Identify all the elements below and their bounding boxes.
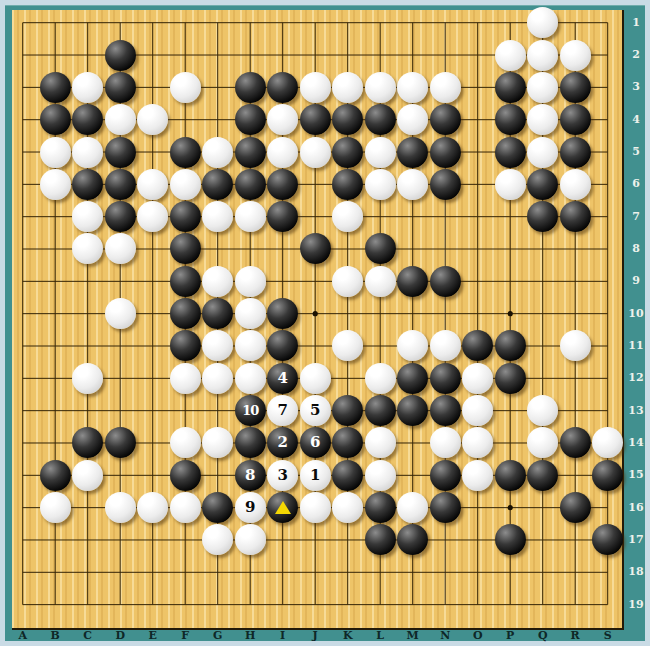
- intersection[interactable]: [396, 330, 429, 362]
- intersection[interactable]: [591, 265, 624, 297]
- intersection[interactable]: [331, 201, 364, 233]
- intersection[interactable]: [429, 588, 462, 620]
- intersection[interactable]: [266, 524, 299, 556]
- stone-black[interactable]: [365, 395, 396, 426]
- intersection[interactable]: [526, 588, 559, 620]
- stone-black[interactable]: [40, 72, 71, 103]
- stone-white[interactable]: [592, 427, 623, 458]
- intersection[interactable]: [559, 427, 592, 459]
- intersection[interactable]: 8: [234, 459, 267, 491]
- intersection[interactable]: [266, 39, 299, 71]
- stone-black[interactable]: [495, 137, 526, 168]
- intersection[interactable]: [39, 297, 72, 329]
- intersection[interactable]: [461, 233, 494, 265]
- intersection[interactable]: [559, 265, 592, 297]
- intersection[interactable]: [559, 168, 592, 200]
- stone-black[interactable]: [332, 137, 363, 168]
- intersection[interactable]: [201, 7, 234, 39]
- intersection[interactable]: [299, 265, 332, 297]
- intersection[interactable]: [71, 491, 104, 523]
- stone-black[interactable]: [430, 104, 461, 135]
- intersection[interactable]: [461, 588, 494, 620]
- intersection[interactable]: [234, 7, 267, 39]
- intersection[interactable]: [429, 233, 462, 265]
- stone-black[interactable]: [202, 169, 233, 200]
- intersection[interactable]: [494, 556, 527, 588]
- intersection[interactable]: [39, 362, 72, 394]
- intersection[interactable]: [364, 39, 397, 71]
- intersection[interactable]: [591, 201, 624, 233]
- intersection[interactable]: [526, 233, 559, 265]
- stone-white[interactable]: 7: [267, 395, 298, 426]
- intersection[interactable]: [169, 201, 202, 233]
- intersection[interactable]: [104, 265, 137, 297]
- intersection[interactable]: [104, 556, 137, 588]
- stone-white[interactable]: [170, 72, 201, 103]
- stone-black[interactable]: [170, 137, 201, 168]
- intersection[interactable]: [136, 524, 169, 556]
- stone-white[interactable]: [527, 395, 558, 426]
- intersection[interactable]: [71, 297, 104, 329]
- intersection[interactable]: [266, 556, 299, 588]
- intersection[interactable]: [461, 459, 494, 491]
- intersection[interactable]: [559, 39, 592, 71]
- intersection[interactable]: [591, 588, 624, 620]
- stone-white[interactable]: [40, 137, 71, 168]
- intersection[interactable]: [136, 136, 169, 168]
- stone-white[interactable]: [365, 460, 396, 491]
- intersection[interactable]: [71, 39, 104, 71]
- stone-white[interactable]: [300, 492, 331, 523]
- intersection[interactable]: [331, 524, 364, 556]
- stone-black[interactable]: [105, 169, 136, 200]
- stone-white[interactable]: [397, 169, 428, 200]
- stone-white[interactable]: [202, 363, 233, 394]
- intersection[interactable]: [396, 71, 429, 103]
- intersection[interactable]: [559, 233, 592, 265]
- intersection[interactable]: [169, 39, 202, 71]
- intersection[interactable]: [136, 71, 169, 103]
- stone-white[interactable]: 9: [235, 492, 266, 523]
- intersection[interactable]: [331, 491, 364, 523]
- intersection[interactable]: [429, 427, 462, 459]
- intersection[interactable]: [494, 265, 527, 297]
- intersection[interactable]: [559, 362, 592, 394]
- intersection[interactable]: [364, 104, 397, 136]
- intersection[interactable]: [526, 556, 559, 588]
- intersection[interactable]: [299, 491, 332, 523]
- intersection[interactable]: [39, 7, 72, 39]
- intersection[interactable]: [526, 201, 559, 233]
- intersection[interactable]: [299, 588, 332, 620]
- intersection[interactable]: [266, 7, 299, 39]
- stone-black[interactable]: 8: [235, 460, 266, 491]
- stone-white[interactable]: [527, 427, 558, 458]
- intersection[interactable]: [71, 524, 104, 556]
- intersection[interactable]: [461, 556, 494, 588]
- stone-black[interactable]: [495, 72, 526, 103]
- intersection[interactable]: [591, 427, 624, 459]
- intersection[interactable]: [364, 71, 397, 103]
- stone-white[interactable]: [332, 330, 363, 361]
- intersection[interactable]: [526, 491, 559, 523]
- intersection[interactable]: [494, 394, 527, 426]
- stone-white[interactable]: [72, 72, 103, 103]
- stone-black[interactable]: [235, 137, 266, 168]
- intersection[interactable]: [169, 71, 202, 103]
- intersection[interactable]: [201, 362, 234, 394]
- intersection[interactable]: [559, 136, 592, 168]
- intersection[interactable]: [494, 297, 527, 329]
- intersection[interactable]: [559, 297, 592, 329]
- intersection[interactable]: [71, 330, 104, 362]
- stone-black[interactable]: [560, 72, 591, 103]
- intersection[interactable]: [396, 297, 429, 329]
- intersection[interactable]: [494, 104, 527, 136]
- intersection[interactable]: [136, 297, 169, 329]
- intersection[interactable]: [526, 394, 559, 426]
- stone-black[interactable]: [397, 266, 428, 297]
- stone-black[interactable]: [267, 492, 298, 523]
- intersection[interactable]: [559, 71, 592, 103]
- intersection[interactable]: [201, 201, 234, 233]
- stone-black[interactable]: [300, 104, 331, 135]
- stone-white[interactable]: [365, 169, 396, 200]
- intersection[interactable]: [526, 168, 559, 200]
- stone-white[interactable]: [527, 137, 558, 168]
- intersection[interactable]: [6, 556, 39, 588]
- intersection[interactable]: [266, 265, 299, 297]
- stone-black[interactable]: [72, 427, 103, 458]
- intersection[interactable]: [364, 201, 397, 233]
- stone-black[interactable]: [592, 524, 623, 555]
- intersection[interactable]: [234, 168, 267, 200]
- stone-black[interactable]: [495, 104, 526, 135]
- stone-white[interactable]: [397, 330, 428, 361]
- intersection[interactable]: [429, 201, 462, 233]
- stone-black[interactable]: [560, 137, 591, 168]
- intersection[interactable]: [591, 136, 624, 168]
- intersection[interactable]: [396, 427, 429, 459]
- intersection[interactable]: [136, 201, 169, 233]
- stone-white[interactable]: [332, 266, 363, 297]
- intersection[interactable]: [6, 427, 39, 459]
- stone-white[interactable]: [235, 363, 266, 394]
- stone-white[interactable]: [300, 137, 331, 168]
- intersection[interactable]: [104, 491, 137, 523]
- stone-white[interactable]: [430, 330, 461, 361]
- stone-black[interactable]: [105, 201, 136, 232]
- intersection[interactable]: [169, 7, 202, 39]
- intersection[interactable]: [559, 104, 592, 136]
- stone-black[interactable]: [40, 460, 71, 491]
- stone-black[interactable]: [527, 201, 558, 232]
- intersection[interactable]: [104, 136, 137, 168]
- stone-white[interactable]: [137, 201, 168, 232]
- stone-black[interactable]: [105, 72, 136, 103]
- intersection[interactable]: [364, 265, 397, 297]
- stone-black[interactable]: [397, 137, 428, 168]
- stone-black[interactable]: 6: [300, 427, 331, 458]
- intersection[interactable]: [591, 362, 624, 394]
- stone-white[interactable]: [72, 137, 103, 168]
- stone-black[interactable]: [560, 201, 591, 232]
- intersection[interactable]: [71, 136, 104, 168]
- intersection[interactable]: [364, 168, 397, 200]
- stone-white[interactable]: [72, 460, 103, 491]
- stone-black[interactable]: [72, 169, 103, 200]
- intersection[interactable]: [299, 330, 332, 362]
- intersection[interactable]: [169, 362, 202, 394]
- stone-black[interactable]: [170, 298, 201, 329]
- intersection[interactable]: [201, 136, 234, 168]
- intersection[interactable]: [494, 491, 527, 523]
- stone-white[interactable]: 5: [300, 395, 331, 426]
- stone-black[interactable]: [527, 460, 558, 491]
- intersection[interactable]: [494, 330, 527, 362]
- intersection[interactable]: [169, 491, 202, 523]
- stone-black[interactable]: [300, 233, 331, 264]
- intersection[interactable]: [591, 233, 624, 265]
- stone-black[interactable]: [235, 72, 266, 103]
- intersection[interactable]: [396, 491, 429, 523]
- stone-black[interactable]: [332, 104, 363, 135]
- intersection[interactable]: [6, 201, 39, 233]
- intersection[interactable]: [104, 201, 137, 233]
- intersection[interactable]: [461, 39, 494, 71]
- intersection[interactable]: [331, 362, 364, 394]
- stone-white[interactable]: [202, 427, 233, 458]
- stone-white[interactable]: [170, 492, 201, 523]
- intersection[interactable]: [526, 104, 559, 136]
- stone-white[interactable]: [527, 40, 558, 71]
- intersection[interactable]: [104, 168, 137, 200]
- intersection[interactable]: [201, 265, 234, 297]
- intersection[interactable]: [299, 233, 332, 265]
- intersection[interactable]: [429, 297, 462, 329]
- intersection[interactable]: [266, 233, 299, 265]
- stone-white[interactable]: [430, 72, 461, 103]
- stone-black[interactable]: [332, 169, 363, 200]
- intersection[interactable]: [494, 524, 527, 556]
- intersection[interactable]: [234, 330, 267, 362]
- intersection[interactable]: [71, 362, 104, 394]
- stone-black[interactable]: [105, 427, 136, 458]
- stone-black[interactable]: [235, 169, 266, 200]
- intersection[interactable]: [136, 427, 169, 459]
- intersection[interactable]: [169, 556, 202, 588]
- intersection[interactable]: [299, 297, 332, 329]
- intersection[interactable]: [591, 394, 624, 426]
- intersection[interactable]: [429, 330, 462, 362]
- intersection[interactable]: [136, 459, 169, 491]
- intersection[interactable]: [494, 459, 527, 491]
- intersection[interactable]: [331, 588, 364, 620]
- intersection[interactable]: [429, 394, 462, 426]
- intersection[interactable]: [396, 556, 429, 588]
- intersection[interactable]: [429, 7, 462, 39]
- intersection[interactable]: [364, 459, 397, 491]
- intersection[interactable]: [591, 71, 624, 103]
- intersection[interactable]: [559, 556, 592, 588]
- intersection[interactable]: [396, 362, 429, 394]
- intersection[interactable]: [104, 524, 137, 556]
- stone-black[interactable]: [235, 427, 266, 458]
- intersection[interactable]: [104, 233, 137, 265]
- intersection[interactable]: [6, 168, 39, 200]
- stone-white[interactable]: [462, 427, 493, 458]
- intersection[interactable]: [234, 265, 267, 297]
- intersection[interactable]: 2: [266, 427, 299, 459]
- stone-black[interactable]: [397, 363, 428, 394]
- intersection[interactable]: [39, 168, 72, 200]
- intersection[interactable]: [234, 588, 267, 620]
- intersection[interactable]: [266, 136, 299, 168]
- stone-white[interactable]: 1: [300, 460, 331, 491]
- intersection[interactable]: [364, 524, 397, 556]
- stone-black[interactable]: [397, 524, 428, 555]
- stone-black[interactable]: [235, 104, 266, 135]
- intersection[interactable]: [396, 524, 429, 556]
- stone-white[interactable]: [202, 201, 233, 232]
- intersection[interactable]: [331, 39, 364, 71]
- intersection[interactable]: [494, 71, 527, 103]
- stone-white[interactable]: [202, 266, 233, 297]
- stone-black[interactable]: [430, 169, 461, 200]
- stone-white[interactable]: [267, 104, 298, 135]
- stone-white[interactable]: [332, 72, 363, 103]
- intersection[interactable]: [461, 136, 494, 168]
- intersection[interactable]: [526, 39, 559, 71]
- stone-white[interactable]: [170, 169, 201, 200]
- intersection[interactable]: [526, 524, 559, 556]
- stone-white[interactable]: [560, 40, 591, 71]
- intersection[interactable]: [6, 39, 39, 71]
- intersection[interactable]: [71, 459, 104, 491]
- intersection[interactable]: [71, 588, 104, 620]
- intersection[interactable]: [169, 168, 202, 200]
- intersection[interactable]: [71, 394, 104, 426]
- intersection[interactable]: [429, 136, 462, 168]
- intersection[interactable]: [461, 201, 494, 233]
- stone-black[interactable]: [365, 524, 396, 555]
- intersection[interactable]: [364, 297, 397, 329]
- intersection[interactable]: [6, 524, 39, 556]
- intersection[interactable]: [6, 330, 39, 362]
- intersection[interactable]: [39, 71, 72, 103]
- intersection[interactable]: [6, 7, 39, 39]
- intersection[interactable]: [104, 330, 137, 362]
- stone-black[interactable]: [365, 492, 396, 523]
- stone-black[interactable]: [495, 363, 526, 394]
- intersection[interactable]: [331, 104, 364, 136]
- stone-white[interactable]: [105, 298, 136, 329]
- intersection[interactable]: [364, 330, 397, 362]
- intersection[interactable]: [494, 136, 527, 168]
- intersection[interactable]: [526, 427, 559, 459]
- intersection[interactable]: [526, 330, 559, 362]
- stone-white[interactable]: [430, 427, 461, 458]
- intersection[interactable]: [429, 556, 462, 588]
- intersection[interactable]: [104, 7, 137, 39]
- intersection[interactable]: [559, 524, 592, 556]
- stone-black[interactable]: [267, 201, 298, 232]
- intersection[interactable]: [71, 556, 104, 588]
- intersection[interactable]: [201, 297, 234, 329]
- intersection[interactable]: [526, 7, 559, 39]
- stone-white[interactable]: [560, 169, 591, 200]
- intersection[interactable]: [104, 71, 137, 103]
- intersection[interactable]: [331, 233, 364, 265]
- intersection[interactable]: [461, 491, 494, 523]
- go-board[interactable]: 41075268319: [12, 10, 624, 630]
- stone-white[interactable]: [137, 104, 168, 135]
- stone-white[interactable]: [365, 266, 396, 297]
- intersection[interactable]: [331, 297, 364, 329]
- stone-black[interactable]: [365, 104, 396, 135]
- intersection[interactable]: [201, 168, 234, 200]
- intersection[interactable]: [429, 524, 462, 556]
- stone-black[interactable]: [202, 298, 233, 329]
- intersection[interactable]: [591, 297, 624, 329]
- intersection[interactable]: [364, 427, 397, 459]
- intersection[interactable]: [39, 136, 72, 168]
- stone-black[interactable]: [170, 460, 201, 491]
- intersection[interactable]: [559, 330, 592, 362]
- intersection[interactable]: [396, 265, 429, 297]
- intersection[interactable]: [104, 297, 137, 329]
- intersection[interactable]: [71, 104, 104, 136]
- intersection[interactable]: [104, 588, 137, 620]
- stone-white[interactable]: [267, 137, 298, 168]
- intersection[interactable]: [526, 362, 559, 394]
- intersection[interactable]: 7: [266, 394, 299, 426]
- intersection[interactable]: [6, 233, 39, 265]
- stone-white[interactable]: [235, 298, 266, 329]
- intersection[interactable]: [299, 71, 332, 103]
- intersection[interactable]: [299, 556, 332, 588]
- stone-white[interactable]: [527, 7, 558, 38]
- intersection[interactable]: [266, 168, 299, 200]
- intersection[interactable]: 9: [234, 491, 267, 523]
- intersection[interactable]: [169, 394, 202, 426]
- intersection[interactable]: [396, 136, 429, 168]
- intersection[interactable]: [39, 265, 72, 297]
- intersection[interactable]: [331, 136, 364, 168]
- intersection[interactable]: [169, 297, 202, 329]
- stone-white[interactable]: [137, 492, 168, 523]
- intersection[interactable]: [429, 491, 462, 523]
- intersection[interactable]: [299, 168, 332, 200]
- intersection[interactable]: [396, 233, 429, 265]
- intersection[interactable]: [234, 136, 267, 168]
- intersection[interactable]: [234, 201, 267, 233]
- stone-white[interactable]: [300, 363, 331, 394]
- intersection[interactable]: [396, 588, 429, 620]
- stone-black[interactable]: 4: [267, 363, 298, 394]
- stone-white[interactable]: [105, 492, 136, 523]
- intersection[interactable]: [559, 394, 592, 426]
- intersection[interactable]: [136, 556, 169, 588]
- intersection[interactable]: [234, 104, 267, 136]
- stone-white[interactable]: [202, 524, 233, 555]
- intersection[interactable]: [169, 330, 202, 362]
- intersection[interactable]: [526, 71, 559, 103]
- intersection[interactable]: [364, 233, 397, 265]
- stone-white[interactable]: [40, 492, 71, 523]
- intersection[interactable]: [461, 168, 494, 200]
- intersection[interactable]: [461, 362, 494, 394]
